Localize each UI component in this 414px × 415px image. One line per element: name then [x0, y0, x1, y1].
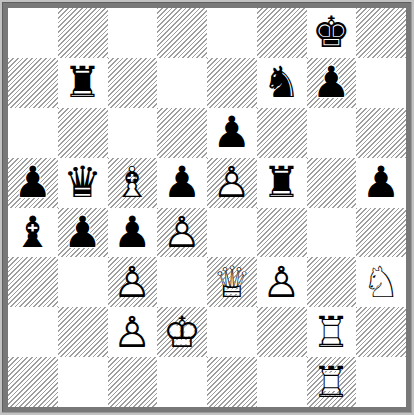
white-pawn-fill: ♟: [257, 257, 307, 307]
white-pawn: ♙: [207, 158, 257, 208]
square-g3: [307, 257, 357, 307]
square-a8: [8, 8, 58, 58]
square-b2: [58, 307, 108, 357]
square-e7: [207, 58, 257, 108]
square-d2: ♚♔: [157, 307, 207, 357]
white-pawn-fill: ♟: [207, 158, 257, 208]
black-pawn: ♟: [58, 208, 108, 258]
white-rook: ♖: [307, 307, 357, 357]
white-king: ♔: [157, 307, 207, 357]
square-g7: ♟: [307, 58, 357, 108]
square-f1: [257, 357, 307, 407]
white-queen-fill: ♛: [207, 257, 257, 307]
square-a4: ♝: [8, 208, 58, 258]
square-c8: [108, 8, 158, 58]
square-c1: [108, 357, 158, 407]
white-pawn: ♙: [257, 257, 307, 307]
square-g8: ♚: [307, 8, 357, 58]
black-pawn: ♟: [356, 158, 406, 208]
white-pawn-fill: ♟: [108, 307, 158, 357]
square-f6: [257, 108, 307, 158]
square-g4: [307, 208, 357, 258]
square-d8: [157, 8, 207, 58]
black-pawn: ♟: [307, 58, 357, 108]
square-f3: ♟♙: [257, 257, 307, 307]
black-pawn: ♟: [207, 108, 257, 158]
square-e3: ♛♕: [207, 257, 257, 307]
square-d6: [157, 108, 207, 158]
square-b4: ♟: [58, 208, 108, 258]
square-h5: ♟: [356, 158, 406, 208]
white-queen: ♕: [207, 257, 257, 307]
square-c5: ♝♗: [108, 158, 158, 208]
square-h8: [356, 8, 406, 58]
square-e8: [207, 8, 257, 58]
square-h6: [356, 108, 406, 158]
square-e2: [207, 307, 257, 357]
white-king-fill: ♚: [157, 307, 207, 357]
square-a3: [8, 257, 58, 307]
black-pawn: ♟: [8, 158, 58, 208]
square-e1: [207, 357, 257, 407]
square-a2: [8, 307, 58, 357]
square-c6: [108, 108, 158, 158]
square-h2: [356, 307, 406, 357]
square-b8: [58, 8, 108, 58]
white-pawn-fill: ♟: [108, 257, 158, 307]
square-a6: [8, 108, 58, 158]
white-pawn: ♙: [108, 257, 158, 307]
black-pawn: ♟: [157, 158, 207, 208]
black-rook: ♜: [58, 58, 108, 108]
square-f2: [257, 307, 307, 357]
black-knight: ♞: [257, 58, 307, 108]
black-king: ♚: [307, 8, 357, 58]
square-c2: ♟♙: [108, 307, 158, 357]
square-b7: ♜: [58, 58, 108, 108]
white-pawn-fill: ♟: [157, 208, 207, 258]
square-h7: [356, 58, 406, 108]
square-g5: [307, 158, 357, 208]
square-g6: [307, 108, 357, 158]
square-d1: [157, 357, 207, 407]
square-b6: [58, 108, 108, 158]
square-e4: [207, 208, 257, 258]
white-rook-fill: ♜: [307, 307, 357, 357]
square-f5: ♜: [257, 158, 307, 208]
square-h1: [356, 357, 406, 407]
square-h4: [356, 208, 406, 258]
square-f7: ♞: [257, 58, 307, 108]
white-bishop: ♗: [108, 158, 158, 208]
board-frame: ♚♜♞♟♟♟♛♝♗♟♟♙♜♟♝♟♟♟♙♟♙♛♕♟♙♞♘♟♙♚♔♜♖♜♖: [0, 0, 414, 415]
white-pawn: ♙: [157, 208, 207, 258]
square-f4: [257, 208, 307, 258]
black-rook: ♜: [257, 158, 307, 208]
square-d4: ♟♙: [157, 208, 207, 258]
square-g1: ♜♖: [307, 357, 357, 407]
square-f8: [257, 8, 307, 58]
white-bishop-fill: ♝: [108, 158, 158, 208]
square-d5: ♟: [157, 158, 207, 208]
white-pawn: ♙: [108, 307, 158, 357]
chess-board: ♚♜♞♟♟♟♛♝♗♟♟♙♜♟♝♟♟♟♙♟♙♛♕♟♙♞♘♟♙♚♔♜♖♜♖: [8, 8, 406, 407]
black-pawn: ♟: [108, 208, 158, 258]
white-knight: ♘: [356, 257, 406, 307]
white-rook: ♖: [307, 357, 357, 407]
square-e6: ♟: [207, 108, 257, 158]
square-b1: [58, 357, 108, 407]
square-a7: [8, 58, 58, 108]
square-b5: ♛: [58, 158, 108, 208]
square-g2: ♜♖: [307, 307, 357, 357]
square-b3: [58, 257, 108, 307]
white-rook-fill: ♜: [307, 357, 357, 407]
black-queen: ♛: [58, 158, 108, 208]
square-a1: [8, 357, 58, 407]
square-c7: [108, 58, 158, 108]
square-a5: ♟: [8, 158, 58, 208]
square-c3: ♟♙: [108, 257, 158, 307]
square-e5: ♟♙: [207, 158, 257, 208]
square-d7: [157, 58, 207, 108]
white-knight-fill: ♞: [356, 257, 406, 307]
square-h3: ♞♘: [356, 257, 406, 307]
square-c4: ♟: [108, 208, 158, 258]
black-bishop: ♝: [8, 208, 58, 258]
square-d3: [157, 257, 207, 307]
